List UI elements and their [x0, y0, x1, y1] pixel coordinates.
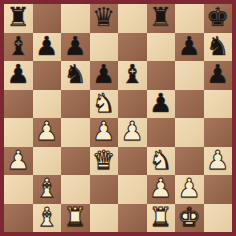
square-g2[interactable]: ♟ — [175, 175, 204, 204]
square-a3[interactable]: ♟ — [4, 147, 33, 176]
square-b1[interactable]: ♝ — [33, 204, 62, 233]
square-f6[interactable] — [147, 61, 176, 90]
square-h4[interactable] — [204, 118, 233, 147]
square-b3[interactable] — [33, 147, 62, 176]
white-knight[interactable]: ♞ — [92, 90, 115, 118]
square-d6[interactable]: ♟ — [90, 61, 119, 90]
square-g3[interactable] — [175, 147, 204, 176]
white-rook[interactable]: ♜ — [64, 204, 87, 232]
square-h6[interactable]: ♟ — [204, 61, 233, 90]
chess-board-screenshot: ♜♛♜♚♝♟♟♟♞♟♞♟♝♟♞♟♟♟♟♟♛♞♟♝♟♟♝♜♜♚ — [0, 0, 236, 236]
white-rook[interactable]: ♜ — [149, 204, 172, 232]
square-d5[interactable]: ♞ — [90, 90, 119, 119]
square-a2[interactable] — [4, 175, 33, 204]
black-knight[interactable]: ♞ — [64, 61, 87, 89]
square-b8[interactable] — [33, 4, 62, 33]
white-knight[interactable]: ♞ — [149, 147, 172, 175]
white-pawn[interactable]: ♟ — [7, 147, 30, 175]
black-bishop[interactable]: ♝ — [7, 33, 30, 61]
square-h5[interactable] — [204, 90, 233, 119]
square-f4[interactable] — [147, 118, 176, 147]
square-g4[interactable] — [175, 118, 204, 147]
square-a1[interactable] — [4, 204, 33, 233]
square-h8[interactable]: ♚ — [204, 4, 233, 33]
square-c8[interactable] — [61, 4, 90, 33]
black-pawn[interactable]: ♟ — [35, 33, 58, 61]
white-queen[interactable]: ♛ — [92, 147, 115, 175]
square-f7[interactable] — [147, 33, 176, 62]
white-pawn[interactable]: ♟ — [149, 175, 172, 203]
square-e2[interactable] — [118, 175, 147, 204]
square-c5[interactable] — [61, 90, 90, 119]
black-bishop[interactable]: ♝ — [121, 61, 144, 89]
square-g6[interactable] — [175, 61, 204, 90]
white-pawn[interactable]: ♟ — [178, 175, 201, 203]
square-a5[interactable] — [4, 90, 33, 119]
square-a8[interactable]: ♜ — [4, 4, 33, 33]
square-f5[interactable]: ♟ — [147, 90, 176, 119]
square-c3[interactable] — [61, 147, 90, 176]
white-pawn[interactable]: ♟ — [35, 118, 58, 146]
square-h3[interactable]: ♟ — [204, 147, 233, 176]
square-d8[interactable]: ♛ — [90, 4, 119, 33]
chess-board: ♜♛♜♚♝♟♟♟♞♟♞♟♝♟♞♟♟♟♟♟♛♞♟♝♟♟♝♜♜♚ — [4, 4, 232, 232]
white-pawn[interactable]: ♟ — [121, 118, 144, 146]
square-a4[interactable] — [4, 118, 33, 147]
square-c1[interactable]: ♜ — [61, 204, 90, 233]
white-bishop[interactable]: ♝ — [35, 204, 58, 232]
black-rook[interactable]: ♜ — [7, 4, 30, 32]
black-pawn[interactable]: ♟ — [178, 33, 201, 61]
square-e6[interactable]: ♝ — [118, 61, 147, 90]
black-pawn[interactable]: ♟ — [206, 61, 229, 89]
square-d3[interactable]: ♛ — [90, 147, 119, 176]
square-a7[interactable]: ♝ — [4, 33, 33, 62]
square-f8[interactable]: ♜ — [147, 4, 176, 33]
square-d2[interactable] — [90, 175, 119, 204]
board-frame: ♜♛♜♚♝♟♟♟♞♟♞♟♝♟♞♟♟♟♟♟♛♞♟♝♟♟♝♜♜♚ — [0, 0, 236, 236]
square-c7[interactable]: ♟ — [61, 33, 90, 62]
black-pawn[interactable]: ♟ — [64, 33, 87, 61]
square-g5[interactable] — [175, 90, 204, 119]
square-d4[interactable]: ♟ — [90, 118, 119, 147]
square-g1[interactable]: ♚ — [175, 204, 204, 233]
square-c4[interactable] — [61, 118, 90, 147]
black-knight[interactable]: ♞ — [206, 33, 229, 61]
square-a6[interactable]: ♟ — [4, 61, 33, 90]
white-pawn[interactable]: ♟ — [92, 118, 115, 146]
square-b2[interactable]: ♝ — [33, 175, 62, 204]
square-e4[interactable]: ♟ — [118, 118, 147, 147]
square-h7[interactable]: ♞ — [204, 33, 233, 62]
black-pawn[interactable]: ♟ — [92, 61, 115, 89]
square-b6[interactable] — [33, 61, 62, 90]
square-h1[interactable] — [204, 204, 233, 233]
square-e7[interactable] — [118, 33, 147, 62]
square-c6[interactable]: ♞ — [61, 61, 90, 90]
square-f2[interactable]: ♟ — [147, 175, 176, 204]
square-e5[interactable] — [118, 90, 147, 119]
square-e3[interactable] — [118, 147, 147, 176]
black-pawn[interactable]: ♟ — [7, 61, 30, 89]
square-b7[interactable]: ♟ — [33, 33, 62, 62]
white-bishop[interactable]: ♝ — [35, 175, 58, 203]
square-f3[interactable]: ♞ — [147, 147, 176, 176]
square-h2[interactable] — [204, 175, 233, 204]
black-queen[interactable]: ♛ — [92, 4, 115, 32]
white-king[interactable]: ♚ — [178, 204, 201, 232]
square-e1[interactable] — [118, 204, 147, 233]
white-pawn[interactable]: ♟ — [206, 147, 229, 175]
square-g8[interactable] — [175, 4, 204, 33]
square-b5[interactable] — [33, 90, 62, 119]
square-d7[interactable] — [90, 33, 119, 62]
square-b4[interactable]: ♟ — [33, 118, 62, 147]
black-king[interactable]: ♚ — [206, 4, 229, 32]
square-c2[interactable] — [61, 175, 90, 204]
black-rook[interactable]: ♜ — [149, 4, 172, 32]
square-f1[interactable]: ♜ — [147, 204, 176, 233]
black-pawn[interactable]: ♟ — [149, 90, 172, 118]
square-d1[interactable] — [90, 204, 119, 233]
square-g7[interactable]: ♟ — [175, 33, 204, 62]
square-e8[interactable] — [118, 4, 147, 33]
